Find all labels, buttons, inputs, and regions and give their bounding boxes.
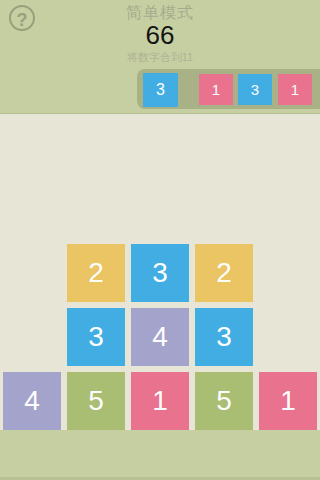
board-tile[interactable]: 5	[195, 372, 253, 430]
board-tile[interactable]: 2	[67, 244, 125, 302]
board-tile[interactable]: 1	[259, 372, 317, 430]
board-tile[interactable]: 4	[131, 308, 189, 366]
board-tile[interactable]: 3	[67, 308, 125, 366]
header: ? 简单模式 66 将数字合到11 3131	[0, 0, 320, 114]
queue-tile: 3	[238, 74, 272, 105]
board-tile[interactable]: 3	[195, 308, 253, 366]
queue-tile: 1	[278, 74, 312, 105]
score-value: 66	[0, 20, 320, 51]
board-tile[interactable]: 2	[195, 244, 253, 302]
queue-tray: 3131	[137, 69, 320, 109]
board-tile[interactable]: 1	[131, 372, 189, 430]
queue-tile: 1	[199, 74, 233, 105]
board-tile[interactable]: 4	[3, 372, 61, 430]
queue-tile-next: 3	[143, 73, 178, 107]
board-tile[interactable]: 5	[67, 372, 125, 430]
goal-hint: 将数字合到11	[0, 50, 320, 65]
footer-bar	[0, 430, 320, 480]
board-tile[interactable]: 3	[131, 244, 189, 302]
game-screen: ? 简单模式 66 将数字合到11 3131 23234345151	[0, 0, 320, 480]
board: 23234345151	[0, 114, 320, 430]
